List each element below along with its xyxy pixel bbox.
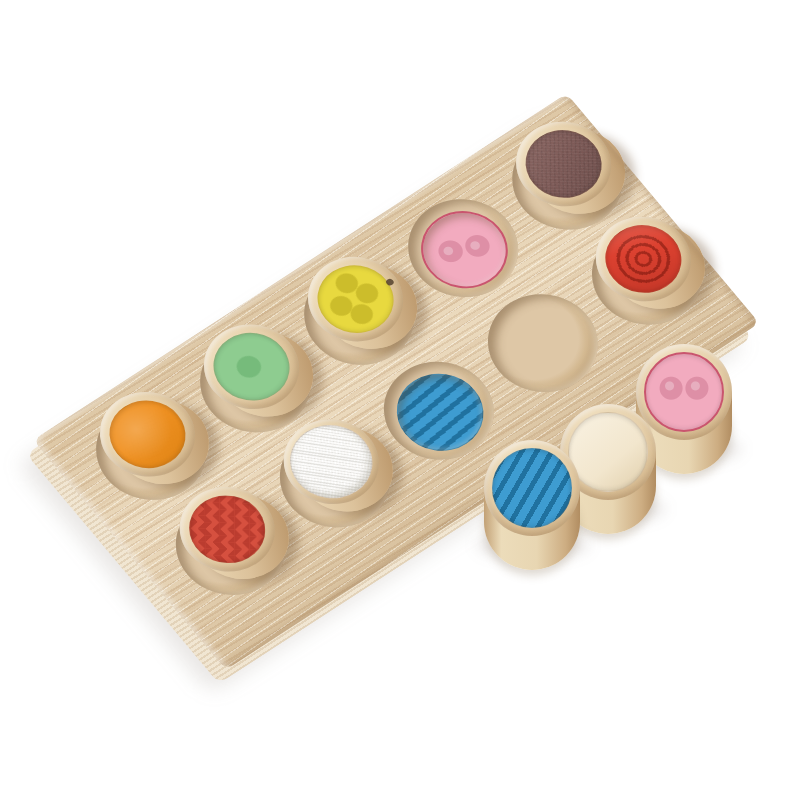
piece-cap — [568, 412, 648, 492]
piece-blue-diagonal-stripes[interactable] — [379, 359, 501, 467]
piece-cap — [492, 448, 572, 528]
piece-pink-two-dots[interactable] — [404, 196, 526, 304]
piece-cap — [644, 352, 724, 432]
scene — [0, 0, 800, 800]
